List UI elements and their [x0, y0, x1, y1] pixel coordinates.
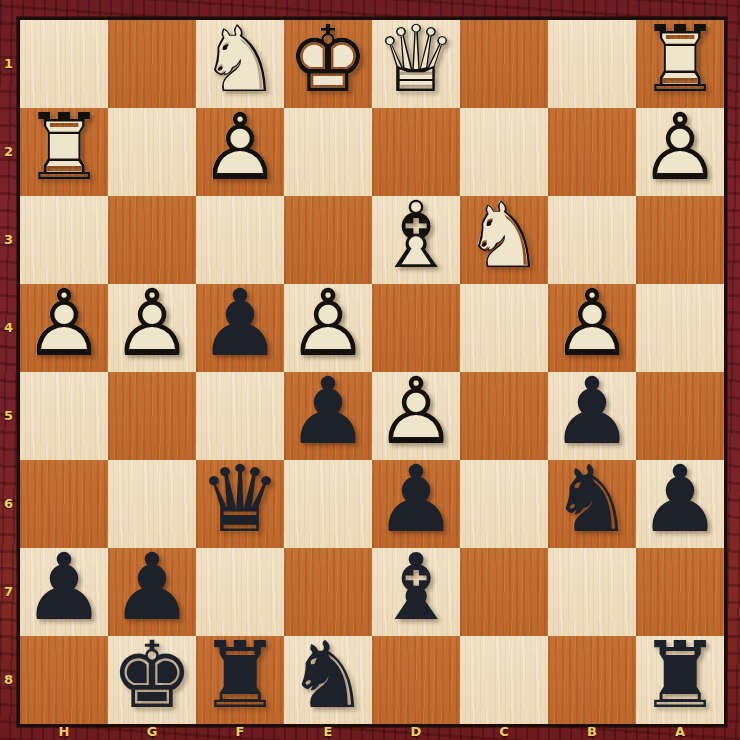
- piece-glyph: ♜: [196, 632, 284, 720]
- square-a2[interactable]: ♟♙: [636, 108, 724, 196]
- rank-label-6: 6: [0, 460, 17, 548]
- square-e2[interactable]: [284, 108, 372, 196]
- piece-outline-glyph: ♙: [196, 104, 284, 192]
- square-g4[interactable]: ♟♙: [108, 284, 196, 372]
- piece-white-pawn-a2[interactable]: ♟♙: [636, 108, 724, 196]
- piece-white-pawn-h4[interactable]: ♟♙: [20, 284, 108, 372]
- piece-outline-glyph: ♔: [284, 16, 372, 104]
- piece-white-bishop-d3[interactable]: ♝♗: [372, 196, 460, 284]
- square-b1[interactable]: [548, 20, 636, 108]
- file-label-d: D: [372, 724, 460, 740]
- piece-outline-glyph: ♘: [460, 192, 548, 280]
- file-label-g: G: [108, 724, 196, 740]
- square-c8[interactable]: [460, 636, 548, 724]
- piece-glyph: ♛: [196, 456, 284, 544]
- square-h8[interactable]: [20, 636, 108, 724]
- rank-label-8: 8: [0, 636, 17, 724]
- file-label-h: H: [20, 724, 108, 740]
- piece-glyph: ♞: [284, 632, 372, 720]
- rank-label-4: 4: [0, 284, 17, 372]
- square-a6[interactable]: ♟: [636, 460, 724, 548]
- piece-outline-glyph: ♙: [284, 280, 372, 368]
- piece-black-rook-f8[interactable]: ♜: [196, 636, 284, 724]
- piece-black-pawn-f4[interactable]: ♟: [196, 284, 284, 372]
- piece-outline-glyph: ♙: [636, 104, 724, 192]
- square-d1[interactable]: ♛♕: [372, 20, 460, 108]
- square-e6[interactable]: [284, 460, 372, 548]
- square-a4[interactable]: [636, 284, 724, 372]
- piece-white-knight-c3[interactable]: ♞♘: [460, 196, 548, 284]
- rank-label-2: 2: [0, 108, 17, 196]
- square-b8[interactable]: [548, 636, 636, 724]
- piece-black-pawn-h7[interactable]: ♟: [20, 548, 108, 636]
- square-c3[interactable]: ♞♘: [460, 196, 548, 284]
- piece-white-rook-h2[interactable]: ♜♖: [20, 108, 108, 196]
- square-e1[interactable]: ♚♔: [284, 20, 372, 108]
- piece-white-pawn-g4[interactable]: ♟♙: [108, 284, 196, 372]
- file-label-a: A: [636, 724, 724, 740]
- piece-glyph: ♟: [284, 368, 372, 456]
- square-g1[interactable]: [108, 20, 196, 108]
- square-a8[interactable]: ♜: [636, 636, 724, 724]
- rank-label-1: 1: [0, 20, 17, 108]
- square-e8[interactable]: ♞: [284, 636, 372, 724]
- piece-outline-glyph: ♖: [636, 16, 724, 104]
- chess-diagram: 12345678 ♞♘♚♔♛♕♜♖♜♖♟♙♟♙♝♗♞♘♟♙♟♙♟♟♙♟♙♟♟♙♟…: [0, 0, 740, 740]
- rank-label-7: 7: [0, 548, 17, 636]
- piece-outline-glyph: ♗: [372, 192, 460, 280]
- piece-glyph: ♟: [20, 544, 108, 632]
- file-label-b: B: [548, 724, 636, 740]
- piece-black-knight-b6[interactable]: ♞: [548, 460, 636, 548]
- square-f6[interactable]: ♛: [196, 460, 284, 548]
- piece-black-rook-a8[interactable]: ♜: [636, 636, 724, 724]
- piece-black-pawn-a6[interactable]: ♟: [636, 460, 724, 548]
- piece-glyph: ♟: [196, 280, 284, 368]
- square-g2[interactable]: [108, 108, 196, 196]
- square-c1[interactable]: [460, 20, 548, 108]
- square-g5[interactable]: [108, 372, 196, 460]
- square-h4[interactable]: ♟♙: [20, 284, 108, 372]
- piece-white-queen-d1[interactable]: ♛♕: [372, 20, 460, 108]
- piece-outline-glyph: ♕: [372, 16, 460, 104]
- square-c6[interactable]: [460, 460, 548, 548]
- piece-black-king-g8[interactable]: ♚: [108, 636, 196, 724]
- square-d8[interactable]: [372, 636, 460, 724]
- file-label-f: F: [196, 724, 284, 740]
- piece-black-knight-e8[interactable]: ♞: [284, 636, 372, 724]
- file-labels: HGFEDCBA: [20, 724, 724, 740]
- square-h7[interactable]: ♟: [20, 548, 108, 636]
- piece-glyph: ♟: [548, 368, 636, 456]
- square-f8[interactable]: ♜: [196, 636, 284, 724]
- piece-glyph: ♞: [548, 456, 636, 544]
- square-b7[interactable]: [548, 548, 636, 636]
- piece-black-pawn-e5[interactable]: ♟: [284, 372, 372, 460]
- piece-glyph: ♝: [372, 544, 460, 632]
- piece-outline-glyph: ♖: [20, 104, 108, 192]
- rank-labels: 12345678: [0, 20, 17, 724]
- piece-outline-glyph: ♙: [548, 280, 636, 368]
- piece-glyph: ♟: [372, 456, 460, 544]
- square-d3[interactable]: ♝♗: [372, 196, 460, 284]
- square-b2[interactable]: [548, 108, 636, 196]
- square-d7[interactable]: ♝: [372, 548, 460, 636]
- piece-glyph: ♚: [108, 632, 196, 720]
- piece-outline-glyph: ♘: [196, 16, 284, 104]
- square-f4[interactable]: ♟: [196, 284, 284, 372]
- chess-board: ♞♘♚♔♛♕♜♖♜♖♟♙♟♙♝♗♞♘♟♙♟♙♟♟♙♟♙♟♟♙♟♛♟♞♟♟♟♝♚♜…: [17, 17, 727, 727]
- rank-label-5: 5: [0, 372, 17, 460]
- square-h5[interactable]: [20, 372, 108, 460]
- piece-outline-glyph: ♙: [372, 368, 460, 456]
- square-h2[interactable]: ♜♖: [20, 108, 108, 196]
- piece-glyph: ♜: [636, 632, 724, 720]
- piece-white-king-e1[interactable]: ♚♔: [284, 20, 372, 108]
- piece-black-queen-f6[interactable]: ♛: [196, 460, 284, 548]
- piece-glyph: ♟: [108, 544, 196, 632]
- square-a3[interactable]: [636, 196, 724, 284]
- square-b6[interactable]: ♞: [548, 460, 636, 548]
- piece-outline-glyph: ♙: [20, 280, 108, 368]
- piece-white-pawn-f2[interactable]: ♟♙: [196, 108, 284, 196]
- rank-label-3: 3: [0, 196, 17, 284]
- file-label-e: E: [284, 724, 372, 740]
- square-e5[interactable]: ♟: [284, 372, 372, 460]
- square-g8[interactable]: ♚: [108, 636, 196, 724]
- square-c5[interactable]: [460, 372, 548, 460]
- square-c7[interactable]: [460, 548, 548, 636]
- piece-glyph: ♟: [636, 456, 724, 544]
- file-label-c: C: [460, 724, 548, 740]
- square-f2[interactable]: ♟♙: [196, 108, 284, 196]
- square-c4[interactable]: [460, 284, 548, 372]
- piece-outline-glyph: ♙: [108, 280, 196, 368]
- piece-black-bishop-d7[interactable]: ♝: [372, 548, 460, 636]
